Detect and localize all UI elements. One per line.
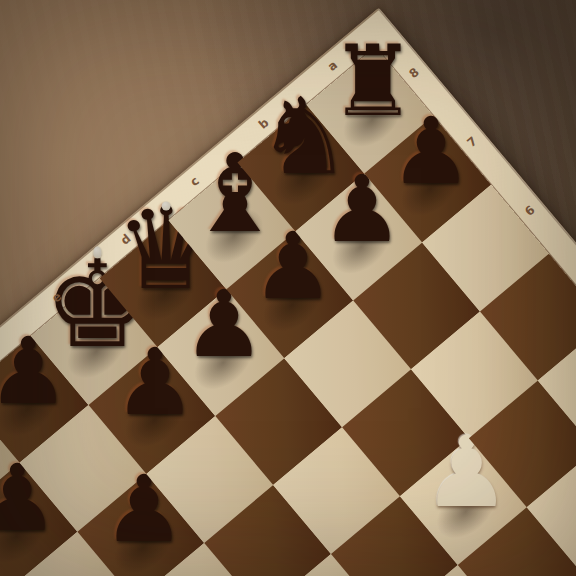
chess-photo-scene: ♟♚♛♝♞♜♟♟♟♟♟♟♟♟ hhggffeeddccbbaa887766554…	[0, 0, 576, 576]
king-white-finial	[93, 246, 101, 258]
black-pawn-icon: ♟	[389, 103, 471, 200]
queen-white-finial	[161, 201, 170, 210]
